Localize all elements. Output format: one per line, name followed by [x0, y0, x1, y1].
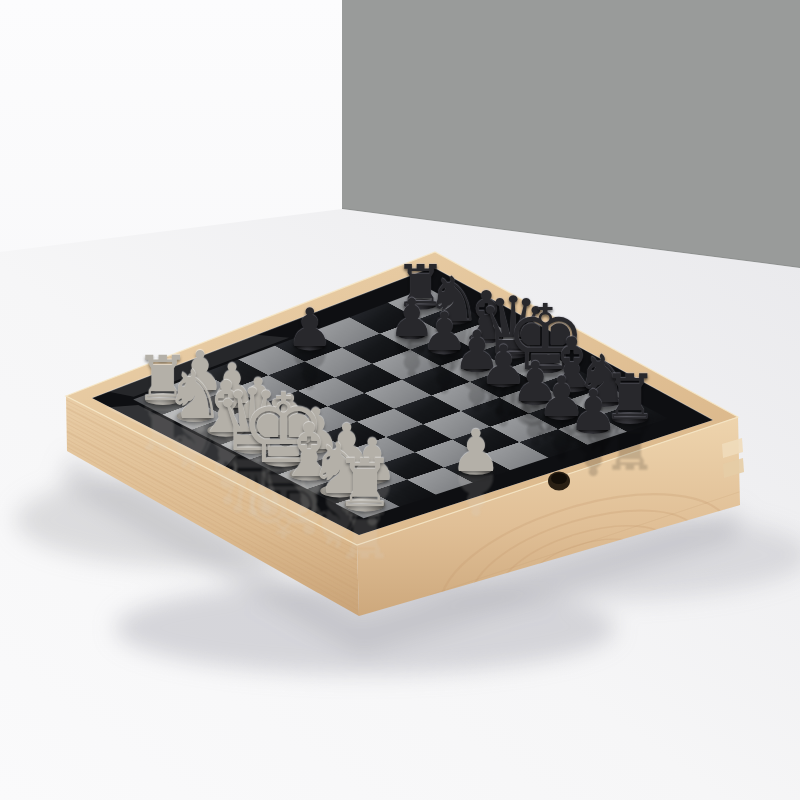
piece-black-pawn-a5[interactable]: ♟ — [286, 303, 334, 356]
scene: ♜♜♞♞♝♝♛♛♚♚♝♝♞♞♜♜♟♟♟♟♟♟♟♟♟♟♟♟♟♟♟♟♟♟♟♟♟♟♟♟… — [0, 0, 800, 800]
piece-white-rook-h1[interactable]: ♜ — [335, 450, 395, 516]
piece-black-pawn-h7[interactable]: ♟ — [568, 383, 619, 439]
piece-white-pawn-h4[interactable]: ♟ — [450, 422, 502, 480]
thumb-notch-inner — [551, 473, 567, 484]
